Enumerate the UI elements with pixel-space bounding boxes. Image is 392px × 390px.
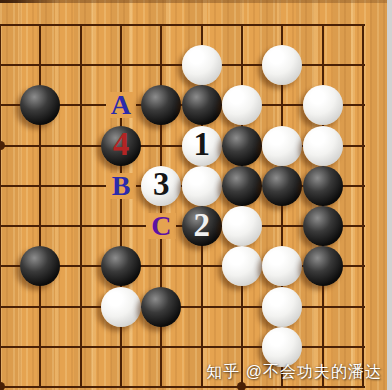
grid-line-v xyxy=(160,24,162,388)
white-stone xyxy=(101,287,141,327)
black-stone xyxy=(303,246,343,286)
move-number: 4 xyxy=(113,128,130,161)
point-label-b: B xyxy=(106,173,136,199)
label-letter: B xyxy=(112,172,131,200)
grid-line-v xyxy=(0,24,1,388)
black-stone xyxy=(222,126,262,166)
black-stone xyxy=(141,287,181,327)
white-stone: 3 xyxy=(141,166,181,206)
white-stone: 1 xyxy=(182,126,222,166)
go-diagram: 4132ABC 知乎 @不会功夫的潘达 xyxy=(0,0,392,390)
grid-line-h xyxy=(0,306,365,308)
move-number: 2 xyxy=(193,209,210,242)
star-point xyxy=(0,382,5,390)
grid-line-h xyxy=(0,24,365,26)
black-stone xyxy=(20,85,60,125)
move-number: 3 xyxy=(153,168,170,201)
white-stone xyxy=(262,45,302,85)
grid-line-v xyxy=(80,24,82,388)
black-stone xyxy=(101,246,141,286)
grid-line-v xyxy=(120,24,122,388)
black-stone: 2 xyxy=(182,206,222,246)
black-stone xyxy=(141,85,181,125)
top-crop-artifact xyxy=(0,0,387,3)
go-board: 4132ABC xyxy=(0,0,387,390)
star-point xyxy=(0,141,5,150)
grid-line-v xyxy=(39,24,41,388)
black-stone xyxy=(182,85,222,125)
white-stone xyxy=(262,246,302,286)
label-letter: C xyxy=(151,212,171,240)
black-stone xyxy=(222,166,262,206)
move-number: 1 xyxy=(193,128,210,161)
grid-line-h xyxy=(0,346,365,348)
white-stone xyxy=(222,246,262,286)
white-stone xyxy=(262,287,302,327)
white-stone xyxy=(222,85,262,125)
grid-line-v xyxy=(362,24,364,388)
grid-line-h xyxy=(0,386,365,388)
right-gray-strip xyxy=(387,0,392,390)
star-point xyxy=(237,382,246,390)
black-stone xyxy=(303,206,343,246)
black-stone: 4 xyxy=(101,126,141,166)
point-label-c: C xyxy=(146,213,176,239)
watermark-text: 知乎 @不会功夫的潘达 xyxy=(206,362,382,383)
black-stone xyxy=(20,246,60,286)
white-stone xyxy=(262,327,302,367)
white-stone xyxy=(303,85,343,125)
white-stone xyxy=(303,126,343,166)
white-stone xyxy=(262,126,302,166)
white-stone xyxy=(182,45,222,85)
white-stone xyxy=(182,166,222,206)
black-stone xyxy=(262,166,302,206)
white-stone xyxy=(222,206,262,246)
label-letter: A xyxy=(111,91,131,119)
black-stone xyxy=(303,166,343,206)
point-label-a: A xyxy=(106,92,136,118)
